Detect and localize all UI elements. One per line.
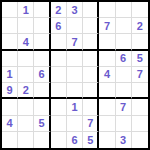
cell-r1c2[interactable]: 1 <box>18 2 34 18</box>
cell-r2c8[interactable] <box>116 18 132 34</box>
cell-r4c1[interactable] <box>2 51 18 67</box>
cell-r3c4[interactable] <box>51 34 67 50</box>
cell-r4c5[interactable] <box>67 51 83 67</box>
cell-r3c9[interactable] <box>132 34 148 50</box>
cell-r1c8[interactable] <box>116 2 132 18</box>
cell-r9c4[interactable] <box>51 132 67 148</box>
cell-r3c2[interactable]: 4 <box>18 34 34 50</box>
cell-r3c7[interactable] <box>99 34 115 50</box>
cell-r3c5[interactable]: 7 <box>67 34 83 50</box>
cell-r8c5[interactable] <box>67 116 83 132</box>
cell-r4c7[interactable] <box>99 51 115 67</box>
cell-r6c2[interactable]: 2 <box>18 83 34 99</box>
cell-r2c9[interactable]: 2 <box>132 18 148 34</box>
cell-r8c4[interactable] <box>51 116 67 132</box>
cell-r9c8[interactable]: 3 <box>116 132 132 148</box>
cell-r1c1[interactable] <box>2 2 18 18</box>
sudoku-board: 123672476516479217457653 <box>0 0 150 150</box>
cell-r4c6[interactable] <box>83 51 99 67</box>
cell-r1c7[interactable] <box>99 2 115 18</box>
cell-r2c3[interactable] <box>34 18 50 34</box>
cell-r1c3[interactable] <box>34 2 50 18</box>
cell-r9c6[interactable]: 5 <box>83 132 99 148</box>
cell-r8c3[interactable]: 5 <box>34 116 50 132</box>
cell-r9c1[interactable] <box>2 132 18 148</box>
cell-r6c9[interactable] <box>132 83 148 99</box>
cell-r7c5[interactable]: 1 <box>67 99 83 115</box>
cell-r3c3[interactable] <box>34 34 50 50</box>
cell-r8c6[interactable]: 7 <box>83 116 99 132</box>
cell-r8c1[interactable]: 4 <box>2 116 18 132</box>
cell-r6c7[interactable] <box>99 83 115 99</box>
cell-r3c1[interactable] <box>2 34 18 50</box>
cell-r5c3[interactable]: 6 <box>34 67 50 83</box>
cell-r9c2[interactable] <box>18 132 34 148</box>
cell-r9c3[interactable] <box>34 132 50 148</box>
cell-r6c3[interactable] <box>34 83 50 99</box>
cell-r7c6[interactable] <box>83 99 99 115</box>
cell-r8c9[interactable] <box>132 116 148 132</box>
cell-r2c5[interactable] <box>67 18 83 34</box>
cell-r5c4[interactable] <box>51 67 67 83</box>
cell-r8c7[interactable] <box>99 116 115 132</box>
cell-r9c5[interactable]: 6 <box>67 132 83 148</box>
cell-r6c5[interactable] <box>67 83 83 99</box>
cell-r2c7[interactable]: 7 <box>99 18 115 34</box>
cell-r6c1[interactable]: 9 <box>2 83 18 99</box>
cell-r2c1[interactable] <box>2 18 18 34</box>
cell-r3c6[interactable] <box>83 34 99 50</box>
cell-r5c2[interactable] <box>18 67 34 83</box>
cell-r9c7[interactable] <box>99 132 115 148</box>
cell-r7c4[interactable] <box>51 99 67 115</box>
cell-r5c9[interactable]: 7 <box>132 67 148 83</box>
cell-r4c9[interactable]: 5 <box>132 51 148 67</box>
cell-r7c7[interactable] <box>99 99 115 115</box>
cell-r1c6[interactable] <box>83 2 99 18</box>
cell-r4c8[interactable]: 6 <box>116 51 132 67</box>
cell-r1c4[interactable]: 2 <box>51 2 67 18</box>
cell-r3c8[interactable] <box>116 34 132 50</box>
cell-r1c9[interactable] <box>132 2 148 18</box>
cell-r4c2[interactable] <box>18 51 34 67</box>
cell-r2c2[interactable] <box>18 18 34 34</box>
cell-r4c3[interactable] <box>34 51 50 67</box>
cell-r6c8[interactable] <box>116 83 132 99</box>
cell-r5c7[interactable]: 4 <box>99 67 115 83</box>
cell-r8c2[interactable] <box>18 116 34 132</box>
cell-r2c6[interactable] <box>83 18 99 34</box>
cell-r9c9[interactable] <box>132 132 148 148</box>
cell-r4c4[interactable] <box>51 51 67 67</box>
cell-r7c3[interactable] <box>34 99 50 115</box>
cell-r7c1[interactable] <box>2 99 18 115</box>
cell-r5c5[interactable] <box>67 67 83 83</box>
cell-r6c6[interactable] <box>83 83 99 99</box>
cell-r1c5[interactable]: 3 <box>67 2 83 18</box>
cell-r7c2[interactable] <box>18 99 34 115</box>
cell-r6c4[interactable] <box>51 83 67 99</box>
cell-r7c9[interactable] <box>132 99 148 115</box>
cell-r5c1[interactable]: 1 <box>2 67 18 83</box>
cell-r7c8[interactable]: 7 <box>116 99 132 115</box>
cell-r2c4[interactable]: 6 <box>51 18 67 34</box>
cell-r8c8[interactable] <box>116 116 132 132</box>
cell-r5c6[interactable] <box>83 67 99 83</box>
cell-r5c8[interactable] <box>116 67 132 83</box>
